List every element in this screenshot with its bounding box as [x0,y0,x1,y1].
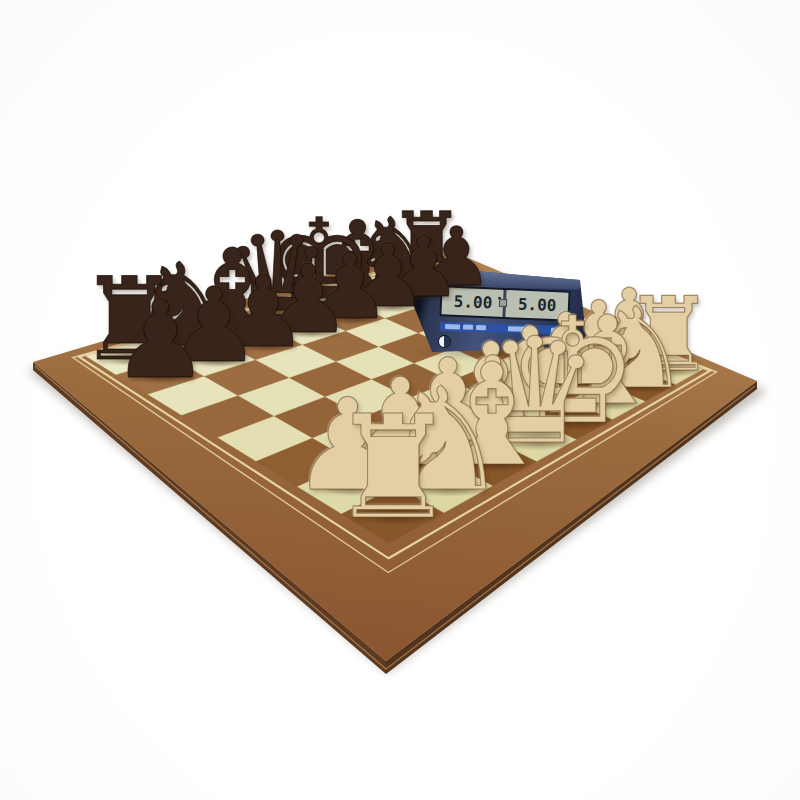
photo-stage: 12345678ABCDEFGH ♜♞♝♛♚♝♞♜♟♟♟♟♟♟♟♟♟♟♟♟♟♟♟… [0,0,800,800]
piece-black-pawn-a7[interactable]: ♟ [112,287,209,395]
piece-white-rook-a1[interactable]: ♜ [329,396,457,539]
